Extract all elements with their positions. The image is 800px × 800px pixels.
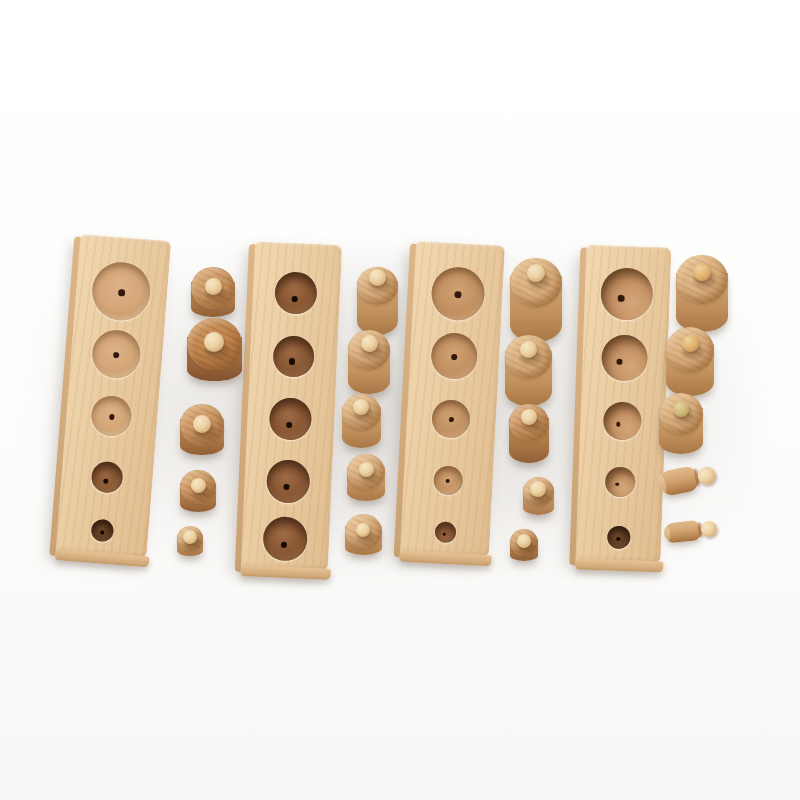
knobbed-cylinder-1-1 xyxy=(191,267,235,317)
cylinder-knob xyxy=(527,264,545,282)
socket-4-5 xyxy=(606,525,630,549)
socket-1-4 xyxy=(90,460,123,493)
socket-3-1 xyxy=(430,265,486,321)
socket-3-5 xyxy=(434,521,456,543)
knobbed-cylinder-4-2 xyxy=(666,327,714,396)
cylinder-knob xyxy=(520,341,537,358)
knobbed-cylinder-3-2 xyxy=(505,335,552,407)
socket-2-5 xyxy=(262,516,308,562)
cylinder-knob xyxy=(356,523,370,537)
knobbed-cylinder-2-5 xyxy=(345,514,382,556)
socket-2-2 xyxy=(272,335,315,378)
cylinder-knob xyxy=(369,269,386,286)
knobbed-cylinder-2-4 xyxy=(347,454,385,501)
socket-4-3 xyxy=(603,401,642,440)
knobbed-cylinder-2-3 xyxy=(342,394,381,449)
block-front-face xyxy=(241,565,331,580)
knobbed-cylinder-3-4 xyxy=(523,477,554,516)
cylinder-knob xyxy=(205,278,222,295)
montessori-cylinder-blocks-photo xyxy=(0,0,800,800)
socket-2-4 xyxy=(265,459,310,504)
socket-4-4 xyxy=(605,466,636,497)
knobbed-cylinder-3-1 xyxy=(510,258,562,342)
cylinder-knob xyxy=(191,478,206,493)
knobbed-cylinder-3-5 xyxy=(510,529,538,561)
cylinder-knob xyxy=(183,530,197,544)
cylinder-knob xyxy=(193,415,211,433)
knobbed-cylinder-1-3 xyxy=(180,404,224,455)
socket-1-3 xyxy=(90,394,133,437)
knobbed-cylinder-4-3 xyxy=(659,393,703,454)
cylinder-knob xyxy=(517,534,531,548)
cylinder-knob xyxy=(682,335,699,352)
cylinder-knob xyxy=(359,462,374,477)
socket-3-2 xyxy=(430,332,478,380)
knobbed-cylinder-1-5 xyxy=(177,526,203,556)
knobbed-cylinder-4-1 xyxy=(676,255,728,332)
socket-1-2 xyxy=(90,328,142,380)
knobbed-cylinder-2-1 xyxy=(357,267,398,336)
socket-4-2 xyxy=(601,334,649,382)
socket-1-5 xyxy=(91,519,115,543)
socket-2-3 xyxy=(269,397,313,441)
cylinder-knob xyxy=(361,335,378,352)
cylinder-block-2 xyxy=(240,241,342,571)
knobbed-cylinder-1-4 xyxy=(180,470,216,512)
socket-3-4 xyxy=(433,465,463,495)
knobbed-cylinder-2-2 xyxy=(348,330,390,394)
socket-3-3 xyxy=(431,399,471,439)
socket-4-1 xyxy=(600,267,654,321)
cylinder-block-3 xyxy=(399,241,505,557)
cylinder-knob xyxy=(673,401,689,417)
knobbed-cylinder-3-3 xyxy=(509,404,549,463)
socket-2-1 xyxy=(274,271,318,315)
cylinder-block-4 xyxy=(575,245,672,564)
knobbed-cylinder-1-2 xyxy=(187,318,242,381)
socket-1-1 xyxy=(90,260,152,322)
